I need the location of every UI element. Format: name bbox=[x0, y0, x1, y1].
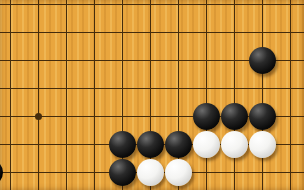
stones-layer bbox=[0, 0, 304, 186]
white-stone bbox=[165, 159, 192, 186]
white-stone bbox=[249, 131, 276, 158]
black-stone bbox=[249, 103, 276, 130]
white-stone bbox=[137, 159, 164, 186]
black-stone bbox=[165, 131, 192, 158]
white-stone bbox=[193, 131, 220, 158]
go-board[interactable] bbox=[0, 0, 304, 190]
black-stone bbox=[221, 103, 248, 130]
black-stone bbox=[249, 47, 276, 74]
black-stone bbox=[109, 159, 136, 186]
white-stone bbox=[221, 131, 248, 158]
black-stone bbox=[137, 131, 164, 158]
black-stone bbox=[109, 131, 136, 158]
black-stone bbox=[193, 103, 220, 130]
